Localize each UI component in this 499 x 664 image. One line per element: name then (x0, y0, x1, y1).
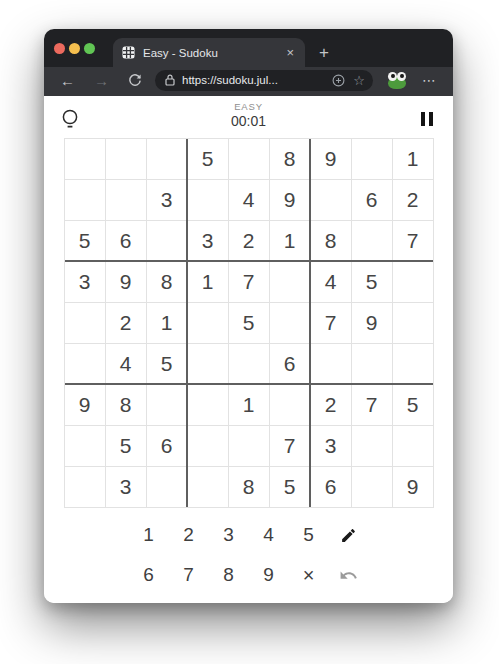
sudoku-cell-r8c2[interactable]: 5 (106, 426, 146, 466)
sudoku-cell-r4c9[interactable] (393, 262, 433, 302)
sudoku-cell-r2c4[interactable] (188, 180, 228, 220)
reload-icon (128, 73, 142, 87)
browser-window: Easy - Sudoku × + ← → https://sudoku.jul… (44, 29, 453, 603)
erase-button[interactable]: × (289, 562, 329, 588)
sudoku-cell-r4c1[interactable]: 3 (65, 262, 105, 302)
sudoku-cell-r1c8[interactable] (352, 139, 392, 179)
sudoku-cell-r4c2[interactable]: 9 (106, 262, 146, 302)
sudoku-cell-r2c1[interactable] (65, 180, 105, 220)
numpad-row-2: 6 7 8 9 × (129, 562, 369, 588)
numpad-row-1: 1 2 3 4 5 (129, 522, 369, 548)
numpad-9[interactable]: 9 (249, 562, 289, 588)
sudoku-cell-r4c3[interactable]: 8 (147, 262, 187, 302)
sudoku-cell-r1c5[interactable] (229, 139, 269, 179)
sudoku-cell-r7c5[interactable]: 1 (229, 385, 269, 425)
active-tab[interactable]: Easy - Sudoku × (113, 38, 305, 67)
sudoku-cell-r4c8[interactable]: 5 (352, 262, 392, 302)
sudoku-cell-r3c5[interactable]: 2 (229, 221, 269, 261)
new-tab-button[interactable]: + (315, 43, 333, 63)
sudoku-cell-r7c4[interactable] (188, 385, 228, 425)
timer: 00:01 (44, 113, 453, 129)
sudoku-grid-favicon-icon (122, 46, 135, 59)
lock-icon (165, 74, 175, 86)
sudoku-cell-r2c3[interactable]: 3 (147, 180, 187, 220)
header-center: EASY 00:01 (44, 101, 453, 129)
url-text[interactable]: https://sudoku.jul... (182, 74, 324, 86)
sudoku-cell-r5c8[interactable]: 9 (352, 303, 392, 343)
browser-menu-button[interactable]: ⋯ (422, 73, 437, 87)
sudoku-cell-r1c4[interactable]: 5 (188, 139, 228, 179)
sudoku-cell-r5c2[interactable]: 2 (106, 303, 146, 343)
difficulty-label: EASY (44, 101, 453, 112)
numpad-7[interactable]: 7 (169, 562, 209, 588)
screenshot-root: { "game": "sudoku", "position": "...5.89… (0, 0, 499, 664)
sudoku-cell-r2c9[interactable]: 2 (393, 180, 433, 220)
sudoku-cell-r9c5[interactable]: 8 (229, 467, 269, 507)
sudoku-cell-r6c2[interactable]: 4 (106, 344, 146, 384)
sudoku-cell-r1c2[interactable] (106, 139, 146, 179)
sudoku-cell-r5c6[interactable] (270, 303, 310, 343)
sudoku-cell-r4c7[interactable]: 4 (311, 262, 351, 302)
numpad-5[interactable]: 5 (289, 522, 329, 548)
sudoku-cell-r8c9[interactable] (393, 426, 433, 466)
reload-button[interactable] (128, 73, 142, 87)
pencil-icon (340, 527, 357, 544)
sudoku-cell-r9c6[interactable]: 5 (270, 467, 310, 507)
sudoku-cell-r8c8[interactable] (352, 426, 392, 466)
tab-close-icon[interactable]: × (284, 45, 296, 60)
sudoku-cell-r9c9[interactable]: 9 (393, 467, 433, 507)
sudoku-cell-r6c7[interactable] (311, 344, 351, 384)
numpad: 1 2 3 4 5 6 7 8 9 × (44, 522, 453, 588)
sudoku-cell-r4c5[interactable]: 7 (229, 262, 269, 302)
sudoku-cell-r9c2[interactable]: 3 (106, 467, 146, 507)
sudoku-page: EASY 00:01 58913496256321873981745215794… (44, 96, 453, 603)
sudoku-cell-r6c4[interactable] (188, 344, 228, 384)
numpad-8[interactable]: 8 (209, 562, 249, 588)
sudoku-cell-r3c4[interactable]: 3 (188, 221, 228, 261)
numpad-3[interactable]: 3 (209, 522, 249, 548)
sudoku-cell-r5c4[interactable] (188, 303, 228, 343)
address-bar[interactable]: https://sudoku.jul... ☆ (155, 70, 373, 91)
undo-button[interactable] (329, 562, 369, 588)
minimize-window-button[interactable] (69, 43, 80, 54)
sudoku-cell-r7c9[interactable]: 5 (393, 385, 433, 425)
sudoku-cell-r9c4[interactable] (188, 467, 228, 507)
sudoku-cell-r9c3[interactable] (147, 467, 187, 507)
numpad-1[interactable]: 1 (129, 522, 169, 548)
sudoku-cell-r2c5[interactable]: 4 (229, 180, 269, 220)
tab-title: Easy - Sudoku (143, 47, 284, 59)
window-controls (54, 43, 95, 54)
numpad-2[interactable]: 2 (169, 522, 209, 548)
sudoku-cell-r2c8[interactable]: 6 (352, 180, 392, 220)
sudoku-cell-r7c7[interactable]: 2 (311, 385, 351, 425)
sudoku-cell-r5c7[interactable]: 7 (311, 303, 351, 343)
frog-extension-icon[interactable] (387, 72, 407, 89)
sudoku-cell-r7c1[interactable]: 9 (65, 385, 105, 425)
sudoku-cell-r6c9[interactable] (393, 344, 433, 384)
sudoku-cell-r5c5[interactable]: 5 (229, 303, 269, 343)
sudoku-cell-r3c9[interactable]: 7 (393, 221, 433, 261)
sudoku-board: 5891349625632187398174521579456981275567… (64, 138, 434, 508)
sudoku-cell-r6c8[interactable] (352, 344, 392, 384)
sudoku-cell-r9c7[interactable]: 6 (311, 467, 351, 507)
game-header: EASY 00:01 (44, 96, 453, 136)
sudoku-cell-r2c2[interactable] (106, 180, 146, 220)
sudoku-cell-r3c6[interactable]: 1 (270, 221, 310, 261)
sudoku-cell-r7c2[interactable]: 8 (106, 385, 146, 425)
numpad-4[interactable]: 4 (249, 522, 289, 548)
sudoku-cell-r6c6[interactable]: 6 (270, 344, 310, 384)
sudoku-cell-r5c1[interactable] (65, 303, 105, 343)
numpad-6[interactable]: 6 (129, 562, 169, 588)
sudoku-cell-r8c5[interactable] (229, 426, 269, 466)
sudoku-cell-r7c3[interactable] (147, 385, 187, 425)
sudoku-cell-r8c1[interactable] (65, 426, 105, 466)
sudoku-cell-r3c2[interactable]: 6 (106, 221, 146, 261)
sudoku-cell-r1c6[interactable]: 8 (270, 139, 310, 179)
sudoku-cell-r1c9[interactable]: 1 (393, 139, 433, 179)
sudoku-cell-r8c6[interactable]: 7 (270, 426, 310, 466)
sudoku-cell-r9c8[interactable] (352, 467, 392, 507)
sudoku-cell-r6c3[interactable]: 5 (147, 344, 187, 384)
sudoku-cell-r1c3[interactable] (147, 139, 187, 179)
tab-strip: Easy - Sudoku × + (44, 29, 453, 67)
sudoku-cell-r2c7[interactable] (311, 180, 351, 220)
sudoku-cell-r8c3[interactable]: 6 (147, 426, 187, 466)
sudoku-cell-r8c4[interactable] (188, 426, 228, 466)
lightbulb-icon (60, 108, 80, 130)
close-window-button[interactable] (54, 43, 65, 54)
sudoku-cell-r5c3[interactable]: 1 (147, 303, 187, 343)
sudoku-cell-r1c1[interactable] (65, 139, 105, 179)
zoom-window-button[interactable] (84, 43, 95, 54)
sudoku-cell-r3c7[interactable]: 8 (311, 221, 351, 261)
sudoku-cell-r7c8[interactable]: 7 (352, 385, 392, 425)
sudoku-cell-r6c5[interactable] (229, 344, 269, 384)
pencil-mode-button[interactable] (329, 522, 369, 548)
bookmark-star-icon[interactable]: ☆ (353, 73, 365, 88)
pause-button[interactable] (415, 107, 439, 131)
sudoku-cell-r1c7[interactable]: 9 (311, 139, 351, 179)
zoom-page-icon[interactable] (332, 74, 345, 87)
back-button[interactable]: ← (60, 73, 75, 88)
sudoku-cell-r8c7[interactable]: 3 (311, 426, 351, 466)
pause-icon (421, 112, 433, 126)
forward-button[interactable]: → (94, 73, 109, 88)
frog-left-eye (388, 72, 397, 81)
sudoku-cell-r4c6[interactable] (270, 262, 310, 302)
undo-icon (339, 566, 358, 585)
sudoku-cell-r9c1[interactable] (65, 467, 105, 507)
hint-button[interactable] (58, 107, 82, 131)
sudoku-cell-r3c1[interactable]: 5 (65, 221, 105, 261)
sudoku-cell-r6c1[interactable] (65, 344, 105, 384)
sudoku-cell-r4c4[interactable]: 1 (188, 262, 228, 302)
sudoku-cell-r7c6[interactable] (270, 385, 310, 425)
sudoku-cell-r5c9[interactable] (393, 303, 433, 343)
browser-toolbar: ← → https://sudoku.jul... ☆ (44, 67, 453, 96)
frog-right-eye (397, 72, 406, 81)
sudoku-cell-r3c3[interactable] (147, 221, 187, 261)
sudoku-cell-r2c6[interactable]: 9 (270, 180, 310, 220)
sudoku-cell-r3c8[interactable] (352, 221, 392, 261)
